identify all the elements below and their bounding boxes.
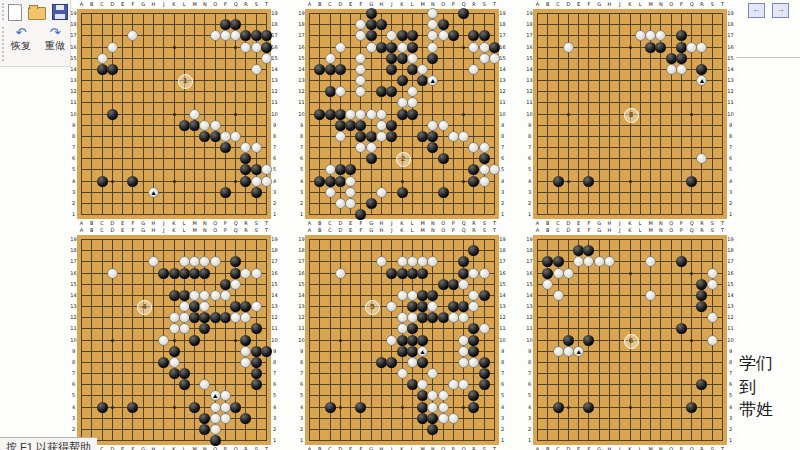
white-stone <box>655 30 666 41</box>
column-label: A <box>305 1 315 8</box>
row-label: 12 <box>271 314 278 321</box>
column-label: D <box>335 446 345 450</box>
white-stone <box>427 19 438 30</box>
black-stone <box>553 402 564 413</box>
column-label: A <box>533 446 543 450</box>
column-label: O <box>666 1 676 8</box>
column-label: B <box>87 1 97 8</box>
open-folder-icon[interactable] <box>28 7 46 20</box>
row-label: 6 <box>526 381 533 388</box>
column-label: N <box>656 220 666 227</box>
black-stone <box>563 335 574 346</box>
triangle-mark: ▲ <box>211 391 220 401</box>
column-label: F <box>584 446 594 450</box>
column-label: R <box>697 1 707 8</box>
row-label: 9 <box>70 348 77 355</box>
column-label: R <box>469 1 479 8</box>
white-stone <box>458 279 469 290</box>
row-label: 5 <box>526 166 533 173</box>
white-stone <box>427 402 438 413</box>
black-stone <box>240 164 251 175</box>
black-stone <box>97 64 108 75</box>
row-label: 14 <box>298 292 305 299</box>
row-label: 17 <box>298 32 305 39</box>
star-point <box>173 113 176 116</box>
black-stone <box>427 290 438 301</box>
black-stone <box>240 413 251 424</box>
white-stone <box>335 268 346 279</box>
column-label: H <box>376 227 386 234</box>
black-stone <box>220 187 231 198</box>
column-label: R <box>241 1 251 8</box>
white-stone <box>438 120 449 131</box>
black-stone <box>397 30 408 41</box>
white-stone <box>240 346 251 357</box>
column-label: D <box>107 220 117 227</box>
column-label: T <box>718 220 728 227</box>
row-label: 4 <box>526 178 533 185</box>
white-stone <box>199 301 210 312</box>
white-stone <box>251 64 262 75</box>
column-label: C <box>325 227 335 234</box>
white-stone <box>468 268 479 279</box>
row-label: 6 <box>70 381 77 388</box>
column-label: Q <box>687 220 697 227</box>
toolbar: ↶ 恢复 ↷ 重做 <box>0 0 71 67</box>
column-label: B <box>315 227 325 234</box>
column-label: T <box>490 446 500 450</box>
row-label: 11 <box>727 99 734 106</box>
goban-3[interactable]: ▲3 <box>533 9 727 219</box>
row-label: 12 <box>727 88 734 95</box>
column-label: Q <box>687 227 697 234</box>
white-stone <box>210 424 221 435</box>
row-label: 13 <box>727 77 734 84</box>
diagram-number-label: 6 <box>624 334 639 349</box>
row-label: 16 <box>271 44 278 51</box>
row-label: 3 <box>70 415 77 422</box>
row-label: 18 <box>70 247 77 254</box>
row-label: 18 <box>499 21 506 28</box>
row-label: 4 <box>526 404 533 411</box>
row-label: 7 <box>70 370 77 377</box>
column-label: E <box>346 446 356 450</box>
row-label: 11 <box>70 99 77 106</box>
row-label: 3 <box>499 189 506 196</box>
goban-2[interactable]: ▲2 <box>305 9 499 219</box>
row-label: 19 <box>727 10 734 17</box>
white-stone <box>427 120 438 131</box>
column-label: O <box>210 446 220 450</box>
row-label: 14 <box>526 66 533 73</box>
black-stone <box>438 279 449 290</box>
row-label: 7 <box>526 370 533 377</box>
row-label: 16 <box>526 270 533 277</box>
column-label: H <box>148 220 158 227</box>
row-label: 1 <box>526 211 533 218</box>
star-point <box>629 180 632 183</box>
white-stone <box>169 312 180 323</box>
star-point <box>401 180 404 183</box>
white-stone <box>261 53 272 64</box>
column-label: M <box>190 220 200 227</box>
black-stone <box>376 19 387 30</box>
row-label: 15 <box>727 281 734 288</box>
black-stone <box>479 153 490 164</box>
row-label: 14 <box>727 66 734 73</box>
row-label: 5 <box>727 392 734 399</box>
column-label: E <box>346 220 356 227</box>
black-stone <box>386 42 397 53</box>
column-label: R <box>469 446 479 450</box>
column-label: Q <box>459 1 469 8</box>
column-label: E <box>574 220 584 227</box>
row-label: 1 <box>499 211 506 218</box>
white-stone <box>645 290 656 301</box>
black-stone <box>386 268 397 279</box>
prev-diagram-icon[interactable]: ← <box>748 3 765 18</box>
row-label: 7 <box>271 144 278 151</box>
white-stone <box>355 75 366 86</box>
row-label: 15 <box>271 281 278 288</box>
star-point <box>462 180 465 183</box>
row-label: 7 <box>499 370 506 377</box>
white-stone <box>169 323 180 334</box>
column-label: M <box>418 446 428 450</box>
undo-button[interactable]: ↶ 恢复 <box>6 26 36 62</box>
new-file-icon[interactable] <box>8 4 22 21</box>
column-label: L <box>407 220 417 227</box>
status-bar: 按 F1 以获得帮助 <box>0 437 97 450</box>
row-label: 6 <box>298 155 305 162</box>
black-stone <box>417 335 428 346</box>
row-label: 2 <box>727 200 734 207</box>
column-label: C <box>97 446 107 450</box>
row-label: 8 <box>70 359 77 366</box>
white-stone <box>458 312 469 323</box>
row-label: 10 <box>727 337 734 344</box>
save-icon[interactable] <box>52 4 68 20</box>
star-point <box>567 113 570 116</box>
black-stone <box>407 323 418 334</box>
row-label: 6 <box>271 381 278 388</box>
row-label: 12 <box>70 88 77 95</box>
row-label: 17 <box>499 258 506 265</box>
row-label: 2 <box>298 200 305 207</box>
triangle-mark: ▲ <box>697 76 706 86</box>
white-stone <box>666 64 677 75</box>
black-stone <box>553 176 564 187</box>
row-label: 5 <box>298 392 305 399</box>
white-stone <box>366 142 377 153</box>
column-label: R <box>469 227 479 234</box>
row-label: 17 <box>70 258 77 265</box>
row-label: 19 <box>298 236 305 243</box>
column-label: G <box>138 446 148 450</box>
column-label: D <box>335 227 345 234</box>
column-label: L <box>635 220 645 227</box>
star-point <box>629 46 632 49</box>
column-label: K <box>625 220 635 227</box>
column-label: H <box>604 220 614 227</box>
column-label: O <box>210 227 220 234</box>
side-text-line: 学们 <box>739 352 800 375</box>
row-label: 9 <box>727 348 734 355</box>
row-label: 1 <box>727 437 734 444</box>
column-label: Q <box>687 1 697 8</box>
black-stone <box>240 301 251 312</box>
row-label: 17 <box>727 258 734 265</box>
row-label: 9 <box>271 122 278 129</box>
white-stone <box>240 42 251 53</box>
row-label: 7 <box>526 144 533 151</box>
column-label: T <box>718 1 728 8</box>
black-stone <box>468 346 479 357</box>
white-stone <box>553 268 564 279</box>
row-label: 8 <box>298 133 305 140</box>
column-label: G <box>138 227 148 234</box>
next-diagram-icon[interactable]: → <box>772 3 789 18</box>
white-stone <box>386 30 397 41</box>
triangle-mark: ▲ <box>418 347 427 357</box>
white-stone <box>707 335 718 346</box>
column-label: D <box>335 220 345 227</box>
row-label: 9 <box>298 122 305 129</box>
column-label: J <box>159 220 169 227</box>
diagram-number-label: 5 <box>365 300 380 315</box>
star-point <box>690 113 693 116</box>
row-label: 19 <box>526 10 533 17</box>
row-label: 16 <box>70 44 77 51</box>
black-stone <box>169 368 180 379</box>
row-label: 10 <box>70 111 77 118</box>
column-label: G <box>594 446 604 450</box>
redo-button[interactable]: ↷ 重做 <box>40 26 70 62</box>
white-stone <box>553 346 564 357</box>
white-stone <box>199 290 210 301</box>
goban-5[interactable]: ▲5 <box>305 235 499 445</box>
row-label: 4 <box>727 178 734 185</box>
star-point <box>234 339 237 342</box>
go-board-block-2: AABBCCDDEEFFGGHHJJKKLLMMNNOOPPQQRRSSTT19… <box>298 1 506 225</box>
triangle-mark: ▲ <box>574 347 583 357</box>
white-stone <box>355 142 366 153</box>
column-label: O <box>210 1 220 8</box>
white-stone <box>489 164 500 175</box>
column-label: J <box>387 227 397 234</box>
column-label: K <box>625 1 635 8</box>
row-label: 15 <box>526 55 533 62</box>
black-stone <box>366 198 377 209</box>
black-stone <box>127 176 138 187</box>
file-toolbar <box>8 2 68 22</box>
column-label: D <box>563 446 573 450</box>
column-label: K <box>397 220 407 227</box>
row-label: 12 <box>499 88 506 95</box>
row-label: 19 <box>526 236 533 243</box>
white-stone <box>386 335 397 346</box>
star-point <box>567 406 570 409</box>
black-stone <box>386 120 397 131</box>
white-stone <box>345 176 356 187</box>
white-stone <box>458 131 469 142</box>
row-label: 1 <box>271 211 278 218</box>
white-stone <box>210 402 221 413</box>
black-stone <box>107 109 118 120</box>
row-label: 18 <box>727 21 734 28</box>
column-label: S <box>479 220 489 227</box>
column-label: E <box>118 1 128 8</box>
white-stone <box>325 187 336 198</box>
column-label: T <box>262 1 272 8</box>
column-label: R <box>697 227 707 234</box>
column-label: R <box>469 220 479 227</box>
column-label: M <box>646 220 656 227</box>
row-label: 1 <box>499 437 506 444</box>
white-stone <box>240 357 251 368</box>
column-label: M <box>418 220 428 227</box>
column-label: F <box>356 1 366 8</box>
black-stone <box>251 187 262 198</box>
toolbar-grip[interactable] <box>2 3 7 20</box>
row-label: 5 <box>70 166 77 173</box>
column-label: J <box>615 446 625 450</box>
row-label: 10 <box>499 337 506 344</box>
row-label: 8 <box>271 359 278 366</box>
black-stone <box>189 335 200 346</box>
white-stone <box>325 164 336 175</box>
white-stone <box>397 256 408 267</box>
black-stone <box>355 402 366 413</box>
row-label: 13 <box>499 77 506 84</box>
column-label: A <box>77 227 87 234</box>
star-point <box>629 272 632 275</box>
row-label: 19 <box>271 10 278 17</box>
column-label: C <box>325 446 335 450</box>
column-label: J <box>615 220 625 227</box>
goban-6[interactable]: ▲6 <box>533 235 727 445</box>
column-label: D <box>563 227 573 234</box>
row-label: 14 <box>271 292 278 299</box>
row-label: 11 <box>298 325 305 332</box>
column-label: P <box>448 220 458 227</box>
black-stone <box>230 19 241 30</box>
black-stone <box>220 142 231 153</box>
black-stone <box>458 256 469 267</box>
black-stone <box>583 402 594 413</box>
white-stone <box>468 290 479 301</box>
row-label: 16 <box>70 270 77 277</box>
white-stone <box>407 86 418 97</box>
row-label: 8 <box>298 359 305 366</box>
column-label: H <box>376 220 386 227</box>
goban-4[interactable]: ▲4 <box>77 235 271 445</box>
row-label: 16 <box>499 44 506 51</box>
side-text-line: 带姓 <box>739 398 800 421</box>
column-label: M <box>190 446 200 450</box>
black-stone <box>583 176 594 187</box>
row-label: 14 <box>70 292 77 299</box>
column-label: S <box>707 1 717 8</box>
column-label: O <box>438 227 448 234</box>
row-label: 6 <box>499 155 506 162</box>
floppy-label <box>55 14 65 19</box>
row-label: 11 <box>499 99 506 106</box>
black-stone <box>240 335 251 346</box>
column-label: B <box>543 220 553 227</box>
row-label: 11 <box>298 99 305 106</box>
black-stone <box>686 176 697 187</box>
column-label: E <box>118 227 128 234</box>
row-label: 6 <box>526 155 533 162</box>
row-label: 12 <box>727 314 734 321</box>
row-label: 5 <box>271 166 278 173</box>
white-stone <box>489 53 500 64</box>
go-board-block-4: AABBCCDDEEFFGGHHJJKKLLMMNNOOPPQQRRSSTT19… <box>70 227 278 450</box>
row-label: 10 <box>271 337 278 344</box>
column-label: R <box>241 227 251 234</box>
black-stone <box>97 402 108 413</box>
black-stone <box>583 335 594 346</box>
column-label: F <box>356 220 366 227</box>
column-label: N <box>656 227 666 234</box>
white-stone <box>438 390 449 401</box>
column-label: G <box>366 446 376 450</box>
row-label: 18 <box>298 247 305 254</box>
column-label: H <box>376 1 386 8</box>
status-text: 按 F1 以获得帮助 <box>6 440 91 450</box>
column-label: N <box>200 1 210 8</box>
row-label: 9 <box>271 348 278 355</box>
folder-tab <box>29 5 38 9</box>
column-label: O <box>666 220 676 227</box>
go-board-block-5: AABBCCDDEEFFGGHHJJKKLLMMNNOOPPQQRRSSTT19… <box>298 227 506 450</box>
goban-1[interactable]: ▲1 <box>77 9 271 219</box>
row-label: 2 <box>70 200 77 207</box>
black-stone <box>386 53 397 64</box>
column-label: R <box>697 220 707 227</box>
black-stone <box>261 346 272 357</box>
star-point <box>234 46 237 49</box>
black-stone <box>479 379 490 390</box>
white-stone <box>107 268 118 279</box>
column-label: J <box>159 227 169 234</box>
row-label: 10 <box>271 111 278 118</box>
row-label: 2 <box>727 426 734 433</box>
column-label: K <box>169 220 179 227</box>
black-stone <box>230 402 241 413</box>
go-board-block-6: AABBCCDDEEFFGGHHJJKKLLMMNNOOPPQQRRSSTT19… <box>526 227 734 450</box>
column-label: Q <box>231 227 241 234</box>
white-stone <box>645 256 656 267</box>
row-label: 4 <box>70 404 77 411</box>
black-stone <box>210 131 221 142</box>
column-label: N <box>428 446 438 450</box>
column-label: J <box>387 446 397 450</box>
star-point <box>339 339 342 342</box>
row-label: 3 <box>298 415 305 422</box>
black-stone <box>325 86 336 97</box>
row-label: 18 <box>271 247 278 254</box>
column-label: J <box>615 1 625 8</box>
row-label: 13 <box>271 77 278 84</box>
row-label: 15 <box>70 55 77 62</box>
white-stone <box>407 97 418 108</box>
black-stone <box>366 19 377 30</box>
column-label: B <box>543 227 553 234</box>
black-stone <box>479 368 490 379</box>
column-label: H <box>604 227 614 234</box>
